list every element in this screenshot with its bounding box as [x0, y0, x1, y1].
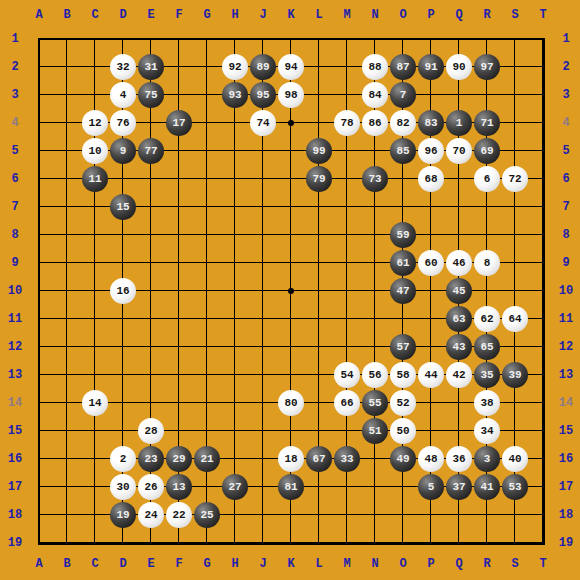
intersection-G14[interactable] — [193, 389, 221, 417]
intersection-B5[interactable] — [53, 137, 81, 165]
intersection-C16[interactable] — [81, 445, 109, 473]
intersection-K3[interactable]: 98 — [277, 81, 305, 109]
intersection-E1[interactable] — [137, 25, 165, 53]
intersection-K9[interactable] — [277, 249, 305, 277]
intersection-J19[interactable] — [249, 529, 277, 557]
intersection-C11[interactable] — [81, 305, 109, 333]
intersection-Q1[interactable] — [445, 25, 473, 53]
intersection-P10[interactable] — [417, 277, 445, 305]
intersection-S18[interactable] — [501, 501, 529, 529]
intersection-J9[interactable] — [249, 249, 277, 277]
intersection-K11[interactable] — [277, 305, 305, 333]
intersection-S13[interactable]: 39 — [501, 361, 529, 389]
intersection-C3[interactable] — [81, 81, 109, 109]
intersection-D9[interactable] — [109, 249, 137, 277]
intersection-G4[interactable] — [193, 109, 221, 137]
intersection-N4[interactable]: 86 — [361, 109, 389, 137]
intersection-O13[interactable]: 58 — [389, 361, 417, 389]
intersection-E6[interactable] — [137, 165, 165, 193]
intersection-D12[interactable] — [109, 333, 137, 361]
intersection-K15[interactable] — [277, 417, 305, 445]
intersection-J2[interactable]: 89 — [249, 53, 277, 81]
intersection-F18[interactable]: 22 — [165, 501, 193, 529]
intersection-E12[interactable] — [137, 333, 165, 361]
intersection-H11[interactable] — [221, 305, 249, 333]
intersection-E9[interactable] — [137, 249, 165, 277]
intersection-N19[interactable] — [361, 529, 389, 557]
intersection-L5[interactable]: 99 — [305, 137, 333, 165]
intersection-R14[interactable]: 38 — [473, 389, 501, 417]
intersection-A10[interactable] — [25, 277, 53, 305]
intersection-E2[interactable]: 31 — [137, 53, 165, 81]
intersection-G2[interactable] — [193, 53, 221, 81]
intersection-G8[interactable] — [193, 221, 221, 249]
intersection-H7[interactable] — [221, 193, 249, 221]
intersection-M13[interactable]: 54 — [333, 361, 361, 389]
intersection-Q5[interactable]: 70 — [445, 137, 473, 165]
intersection-F8[interactable] — [165, 221, 193, 249]
intersection-H17[interactable]: 27 — [221, 473, 249, 501]
intersection-A15[interactable] — [25, 417, 53, 445]
intersection-D14[interactable] — [109, 389, 137, 417]
intersection-Q4[interactable]: 1 — [445, 109, 473, 137]
intersection-O3[interactable]: 7 — [389, 81, 417, 109]
intersection-A1[interactable] — [25, 25, 53, 53]
intersection-K10[interactable] — [277, 277, 305, 305]
intersection-G18[interactable]: 25 — [193, 501, 221, 529]
intersection-K1[interactable] — [277, 25, 305, 53]
intersection-C14[interactable]: 14 — [81, 389, 109, 417]
intersection-O5[interactable]: 85 — [389, 137, 417, 165]
intersection-L15[interactable] — [305, 417, 333, 445]
intersection-Q17[interactable]: 37 — [445, 473, 473, 501]
intersection-N6[interactable]: 73 — [361, 165, 389, 193]
intersection-M10[interactable] — [333, 277, 361, 305]
intersection-S16[interactable]: 40 — [501, 445, 529, 473]
intersection-H13[interactable] — [221, 361, 249, 389]
intersection-F4[interactable]: 17 — [165, 109, 193, 137]
intersection-B3[interactable] — [53, 81, 81, 109]
intersection-A12[interactable] — [25, 333, 53, 361]
intersection-N15[interactable]: 51 — [361, 417, 389, 445]
intersection-F14[interactable] — [165, 389, 193, 417]
intersection-E4[interactable] — [137, 109, 165, 137]
intersection-R4[interactable]: 71 — [473, 109, 501, 137]
intersection-S10[interactable] — [501, 277, 529, 305]
intersection-J11[interactable] — [249, 305, 277, 333]
intersection-P19[interactable] — [417, 529, 445, 557]
intersection-A4[interactable] — [25, 109, 53, 137]
intersection-O1[interactable] — [389, 25, 417, 53]
intersection-R10[interactable] — [473, 277, 501, 305]
intersection-J13[interactable] — [249, 361, 277, 389]
intersection-L13[interactable] — [305, 361, 333, 389]
intersection-F10[interactable] — [165, 277, 193, 305]
intersection-K5[interactable] — [277, 137, 305, 165]
intersection-N1[interactable] — [361, 25, 389, 53]
intersection-R5[interactable]: 69 — [473, 137, 501, 165]
intersection-O11[interactable] — [389, 305, 417, 333]
intersection-K18[interactable] — [277, 501, 305, 529]
intersection-O2[interactable]: 87 — [389, 53, 417, 81]
intersection-Q14[interactable] — [445, 389, 473, 417]
intersection-N14[interactable]: 55 — [361, 389, 389, 417]
intersection-H8[interactable] — [221, 221, 249, 249]
intersection-C13[interactable] — [81, 361, 109, 389]
intersection-R15[interactable]: 34 — [473, 417, 501, 445]
intersection-M1[interactable] — [333, 25, 361, 53]
intersection-M8[interactable] — [333, 221, 361, 249]
intersection-L17[interactable] — [305, 473, 333, 501]
intersection-R18[interactable] — [473, 501, 501, 529]
intersection-L8[interactable] — [305, 221, 333, 249]
intersection-N9[interactable] — [361, 249, 389, 277]
intersection-B17[interactable] — [53, 473, 81, 501]
intersection-S5[interactable] — [501, 137, 529, 165]
intersection-H19[interactable] — [221, 529, 249, 557]
intersection-S11[interactable]: 64 — [501, 305, 529, 333]
intersection-O6[interactable] — [389, 165, 417, 193]
intersection-K13[interactable] — [277, 361, 305, 389]
intersection-L1[interactable] — [305, 25, 333, 53]
intersection-P5[interactable]: 96 — [417, 137, 445, 165]
intersection-B15[interactable] — [53, 417, 81, 445]
intersection-D4[interactable]: 76 — [109, 109, 137, 137]
intersection-N8[interactable] — [361, 221, 389, 249]
intersection-N12[interactable] — [361, 333, 389, 361]
intersection-O12[interactable]: 57 — [389, 333, 417, 361]
intersection-J12[interactable] — [249, 333, 277, 361]
intersection-B4[interactable] — [53, 109, 81, 137]
intersection-A13[interactable] — [25, 361, 53, 389]
intersection-C5[interactable]: 10 — [81, 137, 109, 165]
intersection-C1[interactable] — [81, 25, 109, 53]
intersection-K14[interactable]: 80 — [277, 389, 305, 417]
intersection-N2[interactable]: 88 — [361, 53, 389, 81]
intersection-F11[interactable] — [165, 305, 193, 333]
intersection-K19[interactable] — [277, 529, 305, 557]
intersection-P12[interactable] — [417, 333, 445, 361]
intersection-H5[interactable] — [221, 137, 249, 165]
intersection-P11[interactable] — [417, 305, 445, 333]
intersection-F5[interactable] — [165, 137, 193, 165]
intersection-S6[interactable]: 72 — [501, 165, 529, 193]
intersection-F1[interactable] — [165, 25, 193, 53]
intersection-R9[interactable]: 8 — [473, 249, 501, 277]
intersection-S7[interactable] — [501, 193, 529, 221]
intersection-K4[interactable] — [277, 109, 305, 137]
intersection-O8[interactable]: 59 — [389, 221, 417, 249]
intersection-O17[interactable] — [389, 473, 417, 501]
intersection-O16[interactable]: 49 — [389, 445, 417, 473]
intersection-F7[interactable] — [165, 193, 193, 221]
intersection-A6[interactable] — [25, 165, 53, 193]
intersection-F15[interactable] — [165, 417, 193, 445]
intersection-F9[interactable] — [165, 249, 193, 277]
intersection-K16[interactable]: 18 — [277, 445, 305, 473]
intersection-B19[interactable] — [53, 529, 81, 557]
intersection-P13[interactable]: 44 — [417, 361, 445, 389]
intersection-M4[interactable]: 78 — [333, 109, 361, 137]
intersection-Q18[interactable] — [445, 501, 473, 529]
intersection-C7[interactable] — [81, 193, 109, 221]
intersection-O7[interactable] — [389, 193, 417, 221]
intersection-S8[interactable] — [501, 221, 529, 249]
intersection-N11[interactable] — [361, 305, 389, 333]
intersection-P18[interactable] — [417, 501, 445, 529]
intersection-C8[interactable] — [81, 221, 109, 249]
intersection-M11[interactable] — [333, 305, 361, 333]
intersection-E15[interactable]: 28 — [137, 417, 165, 445]
intersection-Q19[interactable] — [445, 529, 473, 557]
intersection-C17[interactable] — [81, 473, 109, 501]
intersection-R8[interactable] — [473, 221, 501, 249]
intersection-S14[interactable] — [501, 389, 529, 417]
intersection-F17[interactable]: 13 — [165, 473, 193, 501]
intersection-J10[interactable] — [249, 277, 277, 305]
intersection-Q2[interactable]: 90 — [445, 53, 473, 81]
intersection-M14[interactable]: 66 — [333, 389, 361, 417]
intersection-E18[interactable]: 24 — [137, 501, 165, 529]
intersection-O14[interactable]: 52 — [389, 389, 417, 417]
intersection-E11[interactable] — [137, 305, 165, 333]
intersection-G11[interactable] — [193, 305, 221, 333]
intersection-D2[interactable]: 32 — [109, 53, 137, 81]
intersection-B13[interactable] — [53, 361, 81, 389]
intersection-J7[interactable] — [249, 193, 277, 221]
intersection-D19[interactable] — [109, 529, 137, 557]
intersection-R19[interactable] — [473, 529, 501, 557]
intersection-K17[interactable]: 81 — [277, 473, 305, 501]
intersection-J4[interactable]: 74 — [249, 109, 277, 137]
intersection-F6[interactable] — [165, 165, 193, 193]
intersection-B10[interactable] — [53, 277, 81, 305]
intersection-G19[interactable] — [193, 529, 221, 557]
intersection-A11[interactable] — [25, 305, 53, 333]
intersection-R3[interactable] — [473, 81, 501, 109]
intersection-O10[interactable]: 47 — [389, 277, 417, 305]
intersection-P3[interactable] — [417, 81, 445, 109]
intersection-P9[interactable]: 60 — [417, 249, 445, 277]
intersection-N16[interactable] — [361, 445, 389, 473]
intersection-B11[interactable] — [53, 305, 81, 333]
intersection-J6[interactable] — [249, 165, 277, 193]
intersection-R2[interactable]: 97 — [473, 53, 501, 81]
intersection-M19[interactable] — [333, 529, 361, 557]
intersection-A16[interactable] — [25, 445, 53, 473]
intersection-R7[interactable] — [473, 193, 501, 221]
intersection-H1[interactable] — [221, 25, 249, 53]
intersection-L18[interactable] — [305, 501, 333, 529]
intersection-G15[interactable] — [193, 417, 221, 445]
intersection-O9[interactable]: 61 — [389, 249, 417, 277]
intersection-L11[interactable] — [305, 305, 333, 333]
intersection-Q3[interactable] — [445, 81, 473, 109]
intersection-F16[interactable]: 29 — [165, 445, 193, 473]
intersection-N10[interactable] — [361, 277, 389, 305]
intersection-D16[interactable]: 2 — [109, 445, 137, 473]
intersection-H14[interactable] — [221, 389, 249, 417]
intersection-N7[interactable] — [361, 193, 389, 221]
intersection-D8[interactable] — [109, 221, 137, 249]
intersection-H18[interactable] — [221, 501, 249, 529]
intersection-F19[interactable] — [165, 529, 193, 557]
intersection-C15[interactable] — [81, 417, 109, 445]
intersection-A2[interactable] — [25, 53, 53, 81]
intersection-Q6[interactable] — [445, 165, 473, 193]
intersection-G12[interactable] — [193, 333, 221, 361]
intersection-O19[interactable] — [389, 529, 417, 557]
intersection-L14[interactable] — [305, 389, 333, 417]
intersection-D11[interactable] — [109, 305, 137, 333]
intersection-L12[interactable] — [305, 333, 333, 361]
intersection-H10[interactable] — [221, 277, 249, 305]
intersection-R1[interactable] — [473, 25, 501, 53]
intersection-P15[interactable] — [417, 417, 445, 445]
intersection-L2[interactable] — [305, 53, 333, 81]
intersection-E8[interactable] — [137, 221, 165, 249]
intersection-M6[interactable] — [333, 165, 361, 193]
intersection-R11[interactable]: 62 — [473, 305, 501, 333]
intersection-L3[interactable] — [305, 81, 333, 109]
intersection-M5[interactable] — [333, 137, 361, 165]
intersection-P16[interactable]: 48 — [417, 445, 445, 473]
intersection-K6[interactable] — [277, 165, 305, 193]
intersection-K7[interactable] — [277, 193, 305, 221]
intersection-L9[interactable] — [305, 249, 333, 277]
intersection-G7[interactable] — [193, 193, 221, 221]
intersection-C19[interactable] — [81, 529, 109, 557]
intersection-A18[interactable] — [25, 501, 53, 529]
intersection-N3[interactable]: 84 — [361, 81, 389, 109]
intersection-J5[interactable] — [249, 137, 277, 165]
intersection-L4[interactable] — [305, 109, 333, 137]
intersection-F13[interactable] — [165, 361, 193, 389]
intersection-D5[interactable]: 9 — [109, 137, 137, 165]
intersection-P6[interactable]: 68 — [417, 165, 445, 193]
intersection-L6[interactable]: 79 — [305, 165, 333, 193]
intersection-B7[interactable] — [53, 193, 81, 221]
intersection-N13[interactable]: 56 — [361, 361, 389, 389]
intersection-J15[interactable] — [249, 417, 277, 445]
intersection-F2[interactable] — [165, 53, 193, 81]
intersection-P4[interactable]: 83 — [417, 109, 445, 137]
intersection-G6[interactable] — [193, 165, 221, 193]
intersection-J8[interactable] — [249, 221, 277, 249]
intersection-D15[interactable] — [109, 417, 137, 445]
intersection-R12[interactable]: 65 — [473, 333, 501, 361]
intersection-H9[interactable] — [221, 249, 249, 277]
intersection-M18[interactable] — [333, 501, 361, 529]
intersection-P2[interactable]: 91 — [417, 53, 445, 81]
intersection-B9[interactable] — [53, 249, 81, 277]
intersection-D7[interactable]: 15 — [109, 193, 137, 221]
intersection-B2[interactable] — [53, 53, 81, 81]
intersection-N18[interactable] — [361, 501, 389, 529]
intersection-E17[interactable]: 26 — [137, 473, 165, 501]
intersection-Q9[interactable]: 46 — [445, 249, 473, 277]
intersection-J16[interactable] — [249, 445, 277, 473]
intersection-D18[interactable]: 19 — [109, 501, 137, 529]
intersection-A14[interactable] — [25, 389, 53, 417]
intersection-E14[interactable] — [137, 389, 165, 417]
intersection-G3[interactable] — [193, 81, 221, 109]
intersection-K8[interactable] — [277, 221, 305, 249]
intersection-E7[interactable] — [137, 193, 165, 221]
intersection-D1[interactable] — [109, 25, 137, 53]
intersection-S1[interactable] — [501, 25, 529, 53]
intersection-C9[interactable] — [81, 249, 109, 277]
intersection-G16[interactable]: 21 — [193, 445, 221, 473]
intersection-Q15[interactable] — [445, 417, 473, 445]
intersection-B6[interactable] — [53, 165, 81, 193]
intersection-D13[interactable] — [109, 361, 137, 389]
intersection-B18[interactable] — [53, 501, 81, 529]
intersection-J14[interactable] — [249, 389, 277, 417]
intersection-H6[interactable] — [221, 165, 249, 193]
intersection-A8[interactable] — [25, 221, 53, 249]
intersection-E13[interactable] — [137, 361, 165, 389]
intersection-A19[interactable] — [25, 529, 53, 557]
intersection-H15[interactable] — [221, 417, 249, 445]
intersection-B1[interactable] — [53, 25, 81, 53]
intersection-L16[interactable]: 67 — [305, 445, 333, 473]
intersection-H12[interactable] — [221, 333, 249, 361]
intersection-Q13[interactable]: 42 — [445, 361, 473, 389]
intersection-M17[interactable] — [333, 473, 361, 501]
intersection-F3[interactable] — [165, 81, 193, 109]
intersection-P17[interactable]: 5 — [417, 473, 445, 501]
intersection-D10[interactable]: 16 — [109, 277, 137, 305]
intersection-A17[interactable] — [25, 473, 53, 501]
intersection-B16[interactable] — [53, 445, 81, 473]
intersection-D17[interactable]: 30 — [109, 473, 137, 501]
intersection-G13[interactable] — [193, 361, 221, 389]
intersection-O15[interactable]: 50 — [389, 417, 417, 445]
intersection-H3[interactable]: 93 — [221, 81, 249, 109]
intersection-C4[interactable]: 12 — [81, 109, 109, 137]
intersection-S3[interactable] — [501, 81, 529, 109]
intersection-B12[interactable] — [53, 333, 81, 361]
intersection-G9[interactable] — [193, 249, 221, 277]
intersection-J3[interactable]: 95 — [249, 81, 277, 109]
intersection-Q7[interactable] — [445, 193, 473, 221]
intersection-L7[interactable] — [305, 193, 333, 221]
intersection-R13[interactable]: 35 — [473, 361, 501, 389]
intersection-A7[interactable] — [25, 193, 53, 221]
intersection-B14[interactable] — [53, 389, 81, 417]
intersection-N17[interactable] — [361, 473, 389, 501]
intersection-S15[interactable] — [501, 417, 529, 445]
intersection-C12[interactable] — [81, 333, 109, 361]
intersection-E16[interactable]: 23 — [137, 445, 165, 473]
intersection-O4[interactable]: 82 — [389, 109, 417, 137]
intersection-A5[interactable] — [25, 137, 53, 165]
intersection-Q16[interactable]: 36 — [445, 445, 473, 473]
intersection-H2[interactable]: 92 — [221, 53, 249, 81]
intersection-M15[interactable] — [333, 417, 361, 445]
intersection-L10[interactable] — [305, 277, 333, 305]
intersection-M12[interactable] — [333, 333, 361, 361]
intersection-H4[interactable] — [221, 109, 249, 137]
intersection-S17[interactable]: 53 — [501, 473, 529, 501]
intersection-G17[interactable] — [193, 473, 221, 501]
intersection-M16[interactable]: 33 — [333, 445, 361, 473]
intersection-D6[interactable] — [109, 165, 137, 193]
intersection-F12[interactable] — [165, 333, 193, 361]
intersection-P1[interactable] — [417, 25, 445, 53]
intersection-S4[interactable] — [501, 109, 529, 137]
